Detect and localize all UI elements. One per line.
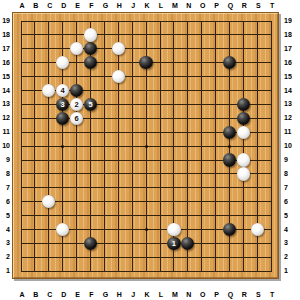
coord-right-8: 8: [284, 170, 288, 178]
coord-top-T: T: [270, 2, 274, 10]
coord-left-14: 14: [0, 87, 10, 95]
move-number-label: 3: [61, 98, 65, 111]
coord-top-O: O: [200, 2, 205, 10]
coord-right-7: 7: [284, 184, 288, 192]
coord-left-6: 6: [0, 198, 10, 206]
black-stone-Q9[interactable]: [223, 153, 236, 166]
coord-top-E: E: [75, 2, 80, 10]
coord-bottom-R: R: [242, 291, 247, 299]
coord-right-17: 17: [284, 45, 292, 53]
coord-bottom-K: K: [145, 291, 150, 299]
move-number-label: 4: [61, 84, 65, 97]
coord-bottom-C: C: [47, 291, 52, 299]
coord-left-4: 4: [0, 226, 10, 234]
coord-left-13: 13: [0, 100, 10, 108]
move-number-label: 6: [75, 112, 79, 125]
grid-line-horizontal: [21, 257, 272, 258]
coord-bottom-J: J: [131, 291, 135, 299]
coord-left-5: 5: [0, 212, 10, 220]
grid-line-horizontal: [21, 187, 272, 188]
black-stone-R12[interactable]: [237, 112, 250, 125]
coord-top-B: B: [33, 2, 38, 10]
coord-right-15: 15: [284, 73, 292, 81]
coord-bottom-N: N: [186, 291, 191, 299]
coord-top-J: J: [131, 2, 135, 10]
coord-top-A: A: [19, 2, 24, 10]
coord-right-13: 13: [284, 100, 292, 108]
coord-right-10: 10: [284, 142, 292, 150]
grid-line-horizontal: [21, 215, 272, 216]
coord-left-7: 7: [0, 184, 10, 192]
star-point-D10: [61, 145, 64, 148]
star-point-K4: [145, 228, 148, 231]
coord-left-11: 11: [0, 128, 10, 136]
coord-top-S: S: [256, 2, 261, 10]
coord-bottom-M: M: [172, 291, 178, 299]
star-point-Q10: [228, 145, 231, 148]
coord-bottom-L: L: [159, 291, 163, 299]
black-stone-Q11[interactable]: [223, 126, 236, 139]
grid-line-horizontal: [21, 201, 272, 202]
grid-line-vertical: [243, 21, 244, 272]
coord-left-9: 9: [0, 156, 10, 164]
coord-right-14: 14: [284, 87, 292, 95]
coord-top-N: N: [186, 2, 191, 10]
coord-bottom-D: D: [61, 291, 66, 299]
coord-bottom-O: O: [200, 291, 205, 299]
black-stone-M3[interactable]: 1: [167, 237, 180, 250]
white-stone-M4[interactable]: [167, 223, 180, 236]
coord-bottom-E: E: [75, 291, 80, 299]
white-stone-F18[interactable]: [84, 28, 97, 41]
coord-top-R: R: [242, 2, 247, 10]
coord-right-5: 5: [284, 212, 288, 220]
coord-left-18: 18: [0, 31, 10, 39]
grid-line-vertical: [160, 21, 161, 272]
coord-bottom-A: A: [19, 291, 24, 299]
coord-top-G: G: [103, 2, 108, 10]
coord-bottom-B: B: [33, 291, 38, 299]
coord-right-12: 12: [284, 114, 292, 122]
coord-right-6: 6: [284, 198, 288, 206]
coord-top-H: H: [117, 2, 122, 10]
coord-bottom-P: P: [214, 291, 219, 299]
coord-top-P: P: [214, 2, 219, 10]
move-number-label: 2: [75, 98, 79, 111]
coord-right-9: 9: [284, 156, 288, 164]
white-stone-S4[interactable]: [251, 223, 264, 236]
coord-left-10: 10: [0, 142, 10, 150]
coord-bottom-S: S: [256, 291, 261, 299]
coord-left-1: 1: [0, 267, 10, 275]
coord-right-3: 3: [284, 239, 288, 247]
move-number-label: 1: [172, 237, 176, 250]
white-stone-R11[interactable]: [237, 126, 250, 139]
grid-line-vertical: [187, 21, 188, 272]
grid-line-horizontal: [21, 173, 272, 174]
coord-right-16: 16: [284, 59, 292, 67]
coord-left-16: 16: [0, 59, 10, 67]
grid-line-vertical: [215, 21, 216, 272]
black-stone-R13[interactable]: [237, 98, 250, 111]
coord-right-18: 18: [284, 31, 292, 39]
coord-bottom-T: T: [270, 291, 274, 299]
coord-left-8: 8: [0, 170, 10, 178]
coord-right-19: 19: [284, 17, 292, 25]
coord-bottom-G: G: [103, 291, 108, 299]
coord-left-12: 12: [0, 114, 10, 122]
coord-top-M: M: [172, 2, 178, 10]
coord-right-2: 2: [284, 253, 288, 261]
coord-top-K: K: [145, 2, 150, 10]
coord-top-L: L: [159, 2, 163, 10]
coord-right-11: 11: [284, 128, 291, 136]
coord-bottom-Q: Q: [228, 291, 233, 299]
white-stone-R9[interactable]: [237, 153, 250, 166]
coord-top-F: F: [89, 2, 93, 10]
coord-left-2: 2: [0, 253, 10, 261]
grid-line-horizontal: [21, 243, 272, 244]
coord-left-3: 3: [0, 239, 10, 247]
go-board-screenshot: AABBCCDDEEFFGGHHJJKKLLMMNNOOPPQQRRSSTT19…: [0, 0, 300, 300]
coord-right-4: 4: [284, 226, 288, 234]
grid-line-vertical: [201, 21, 202, 272]
coord-top-Q: Q: [228, 2, 233, 10]
grid-line-vertical: [271, 21, 272, 272]
coord-left-15: 15: [0, 73, 10, 81]
coord-top-C: C: [47, 2, 52, 10]
star-point-K10: [145, 145, 148, 148]
move-number-label: 5: [88, 98, 92, 111]
coord-bottom-H: H: [117, 291, 122, 299]
grid-line-horizontal: [21, 271, 272, 272]
coord-left-17: 17: [0, 45, 10, 53]
coord-bottom-F: F: [89, 291, 93, 299]
black-stone-K16[interactable]: [139, 56, 152, 69]
coord-left-19: 19: [0, 17, 10, 25]
white-stone-R8[interactable]: [237, 167, 250, 180]
coord-right-1: 1: [284, 267, 288, 275]
coord-top-D: D: [61, 2, 66, 10]
